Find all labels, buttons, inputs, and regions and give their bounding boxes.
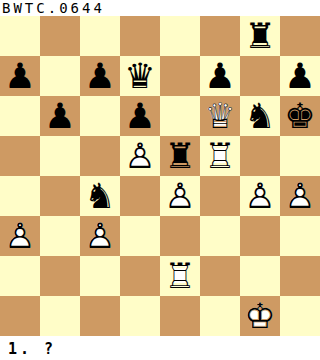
white-piece-outline: ♙ xyxy=(80,216,120,256)
white-piece-outline: ♙ xyxy=(240,176,280,216)
white-rook: ♜♖ xyxy=(200,136,240,176)
square-a6[interactable] xyxy=(0,96,40,136)
black-rook: ♜ xyxy=(240,16,280,56)
black-pawn: ♟ xyxy=(280,56,320,96)
square-g2[interactable] xyxy=(240,256,280,296)
square-g5[interactable] xyxy=(240,136,280,176)
square-a5[interactable] xyxy=(0,136,40,176)
square-h8[interactable] xyxy=(280,16,320,56)
square-g4[interactable]: ♟♙ xyxy=(240,176,280,216)
square-d5[interactable]: ♟♙ xyxy=(120,136,160,176)
square-f7[interactable]: ♟ xyxy=(200,56,240,96)
square-b4[interactable] xyxy=(40,176,80,216)
square-g1[interactable]: ♚♔ xyxy=(240,296,280,336)
white-piece-outline: ♙ xyxy=(0,216,40,256)
square-c7[interactable]: ♟ xyxy=(80,56,120,96)
black-piece-glyph: ♜ xyxy=(240,16,280,56)
square-d4[interactable] xyxy=(120,176,160,216)
square-b5[interactable] xyxy=(40,136,80,176)
square-b7[interactable] xyxy=(40,56,80,96)
square-g7[interactable] xyxy=(240,56,280,96)
square-d3[interactable] xyxy=(120,216,160,256)
square-b6[interactable]: ♟ xyxy=(40,96,80,136)
square-h5[interactable] xyxy=(280,136,320,176)
white-piece-outline: ♖ xyxy=(200,136,240,176)
square-d2[interactable] xyxy=(120,256,160,296)
black-pawn: ♟ xyxy=(80,56,120,96)
white-queen: ♛♕ xyxy=(200,96,240,136)
square-h3[interactable] xyxy=(280,216,320,256)
square-h6[interactable]: ♚ xyxy=(280,96,320,136)
white-pawn: ♟♙ xyxy=(120,136,160,176)
black-piece-glyph: ♟ xyxy=(200,56,240,96)
white-piece-outline: ♙ xyxy=(160,176,200,216)
white-rook: ♜♖ xyxy=(160,256,200,296)
black-piece-glyph: ♟ xyxy=(40,96,80,136)
square-e8[interactable] xyxy=(160,16,200,56)
white-pawn: ♟♙ xyxy=(280,176,320,216)
square-h2[interactable] xyxy=(280,256,320,296)
black-piece-glyph: ♜ xyxy=(160,136,200,176)
white-pawn: ♟♙ xyxy=(160,176,200,216)
square-d1[interactable] xyxy=(120,296,160,336)
square-e1[interactable] xyxy=(160,296,200,336)
square-c8[interactable] xyxy=(80,16,120,56)
square-c4[interactable]: ♞ xyxy=(80,176,120,216)
black-piece-glyph: ♛ xyxy=(120,56,160,96)
square-f5[interactable]: ♜♖ xyxy=(200,136,240,176)
white-piece-outline: ♙ xyxy=(120,136,160,176)
black-rook: ♜ xyxy=(160,136,200,176)
black-pawn: ♟ xyxy=(40,96,80,136)
square-c1[interactable] xyxy=(80,296,120,336)
white-piece-outline: ♕ xyxy=(200,96,240,136)
square-e3[interactable] xyxy=(160,216,200,256)
white-piece-outline: ♔ xyxy=(240,296,280,336)
square-h1[interactable] xyxy=(280,296,320,336)
square-c2[interactable] xyxy=(80,256,120,296)
black-queen: ♛ xyxy=(120,56,160,96)
black-piece-glyph: ♟ xyxy=(120,96,160,136)
square-g6[interactable]: ♞ xyxy=(240,96,280,136)
square-h4[interactable]: ♟♙ xyxy=(280,176,320,216)
square-d8[interactable] xyxy=(120,16,160,56)
white-piece-outline: ♖ xyxy=(160,256,200,296)
square-f3[interactable] xyxy=(200,216,240,256)
square-b3[interactable] xyxy=(40,216,80,256)
square-f4[interactable] xyxy=(200,176,240,216)
move-prompt: 1. ? xyxy=(0,336,320,360)
black-pawn: ♟ xyxy=(0,56,40,96)
square-a1[interactable] xyxy=(0,296,40,336)
square-c5[interactable] xyxy=(80,136,120,176)
black-pawn: ♟ xyxy=(200,56,240,96)
black-knight: ♞ xyxy=(80,176,120,216)
white-pawn: ♟♙ xyxy=(240,176,280,216)
square-a8[interactable] xyxy=(0,16,40,56)
black-knight: ♞ xyxy=(240,96,280,136)
square-e7[interactable] xyxy=(160,56,200,96)
black-piece-glyph: ♟ xyxy=(80,56,120,96)
square-c6[interactable] xyxy=(80,96,120,136)
square-a3[interactable]: ♟♙ xyxy=(0,216,40,256)
black-piece-glyph: ♞ xyxy=(240,96,280,136)
black-piece-glyph: ♟ xyxy=(280,56,320,96)
square-b8[interactable] xyxy=(40,16,80,56)
square-h7[interactable]: ♟ xyxy=(280,56,320,96)
black-piece-glyph: ♟ xyxy=(0,56,40,96)
white-king: ♚♔ xyxy=(240,296,280,336)
square-e4[interactable]: ♟♙ xyxy=(160,176,200,216)
square-a7[interactable]: ♟ xyxy=(0,56,40,96)
square-e6[interactable] xyxy=(160,96,200,136)
black-piece-glyph: ♚ xyxy=(280,96,320,136)
white-piece-outline: ♙ xyxy=(280,176,320,216)
black-pawn: ♟ xyxy=(120,96,160,136)
square-f8[interactable] xyxy=(200,16,240,56)
black-king: ♚ xyxy=(280,96,320,136)
square-a4[interactable] xyxy=(0,176,40,216)
square-f2[interactable] xyxy=(200,256,240,296)
chess-puzzle-window: BWTC.0644 ♜♟♟♛♟♟♟♟♛♕♞♚♟♙♜♜♖♞♟♙♟♙♟♙♟♙♟♙♜♖… xyxy=(0,0,320,360)
square-g3[interactable] xyxy=(240,216,280,256)
square-e5[interactable]: ♜ xyxy=(160,136,200,176)
square-c3[interactable]: ♟♙ xyxy=(80,216,120,256)
square-g8[interactable]: ♜ xyxy=(240,16,280,56)
square-b1[interactable] xyxy=(40,296,80,336)
square-b2[interactable] xyxy=(40,256,80,296)
square-d6[interactable]: ♟ xyxy=(120,96,160,136)
puzzle-id-label: BWTC.0644 xyxy=(0,0,320,16)
square-e2[interactable]: ♜♖ xyxy=(160,256,200,296)
white-pawn: ♟♙ xyxy=(0,216,40,256)
white-pawn: ♟♙ xyxy=(80,216,120,256)
square-f6[interactable]: ♛♕ xyxy=(200,96,240,136)
square-a2[interactable] xyxy=(0,256,40,296)
square-d7[interactable]: ♛ xyxy=(120,56,160,96)
chess-board: ♜♟♟♛♟♟♟♟♛♕♞♚♟♙♜♜♖♞♟♙♟♙♟♙♟♙♟♙♜♖♚♔ xyxy=(0,16,320,336)
black-piece-glyph: ♞ xyxy=(80,176,120,216)
square-f1[interactable] xyxy=(200,296,240,336)
